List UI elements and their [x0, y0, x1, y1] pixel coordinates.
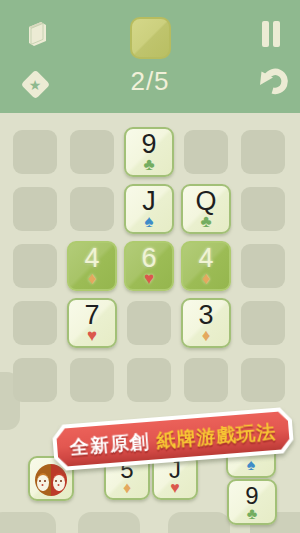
board-card-6-heart[interactable]: 6 ♥: [124, 241, 174, 291]
card-rank: 7: [84, 302, 99, 329]
banner-text-white: 全新原創: [69, 431, 150, 456]
card-rank: Q: [195, 188, 216, 215]
heart-suit-icon: ♥: [144, 270, 154, 287]
card-rank: 4: [84, 245, 99, 272]
board-cell: [241, 301, 285, 345]
progress-counter: 2/5: [0, 66, 300, 97]
tray-slot: [0, 512, 56, 533]
board-cell: [13, 244, 57, 288]
board-cell: [127, 301, 171, 345]
top-bar: ★ 2/5: [0, 0, 300, 113]
card-rank: 3: [198, 302, 213, 329]
card-rank: 9: [141, 131, 156, 158]
undo-button[interactable]: [257, 63, 290, 96]
board-cell: [241, 130, 285, 174]
joker-face: [53, 473, 65, 491]
board-cell: [13, 301, 57, 345]
board-card-q-club[interactable]: Q ♣: [181, 184, 231, 234]
tray-slot: [168, 512, 230, 533]
board-cell: [13, 187, 57, 231]
card-rank: J: [142, 188, 156, 215]
diamond-suit-icon: ♦: [88, 270, 97, 287]
board-cell: [184, 358, 228, 402]
board-cell: [13, 130, 57, 174]
heart-suit-icon: ♥: [170, 480, 180, 496]
card-rank: 4: [198, 245, 213, 272]
diamond-suit-icon: ♦: [202, 270, 211, 287]
board-cell: [241, 358, 285, 402]
board-cell: [70, 358, 114, 402]
board-cell: [184, 130, 228, 174]
tray-slot: [78, 512, 140, 533]
heart-suit-icon: ♥: [87, 327, 97, 344]
board-card-3-diamond[interactable]: 3 ♦: [181, 298, 231, 348]
banner-text-gold: 紙牌游戲玩法: [156, 421, 277, 449]
club-suit-icon: ♣: [143, 156, 154, 173]
board-card-4-diamond[interactable]: 4 ♦: [181, 241, 231, 291]
board-card-j-spade[interactable]: J ♠: [124, 184, 174, 234]
board-cell: [70, 187, 114, 231]
pause-button[interactable]: [262, 21, 281, 47]
diamond-suit-icon: ♦: [123, 480, 131, 496]
board-card-7-heart[interactable]: 7 ♥: [67, 298, 117, 348]
board-card-4-diamond[interactable]: 4 ♦: [67, 241, 117, 291]
next-tile-preview: [130, 17, 171, 59]
board-cell: [127, 358, 171, 402]
board-cell: [70, 130, 114, 174]
card-rank: 6: [141, 245, 156, 272]
board-cell: [13, 358, 57, 402]
club-suit-icon: ♣: [247, 506, 258, 522]
spade-suit-icon: ♠: [144, 213, 153, 230]
game-screen: ★ 2/5: [0, 0, 300, 533]
board-card-9-club[interactable]: 9 ♣: [124, 127, 174, 177]
joker-face: [37, 473, 49, 491]
hand-card-9-club[interactable]: 9 ♣: [227, 479, 277, 525]
board-cell: [241, 244, 285, 288]
diamond-suit-icon: ♦: [202, 327, 211, 344]
pause-bar: [273, 21, 280, 47]
pause-bar: [262, 21, 269, 47]
book-icon[interactable]: [26, 21, 50, 47]
board-cell: [241, 187, 285, 231]
spade-suit-icon: ♠: [228, 457, 274, 473]
club-suit-icon: ♣: [200, 213, 211, 230]
